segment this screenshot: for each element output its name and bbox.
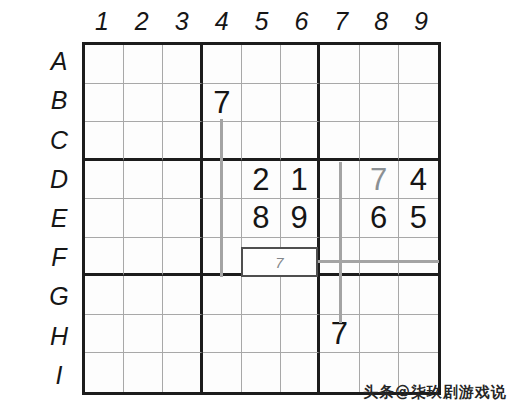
cell-E6[interactable]: 9	[281, 199, 320, 238]
column-label-5: 5	[242, 4, 282, 38]
cell-E9[interactable]: 5	[399, 199, 438, 238]
column-4-trace-line	[220, 119, 223, 277]
cell-D9[interactable]: 4	[399, 161, 438, 200]
cell-E1[interactable]	[85, 199, 124, 238]
cell-F3[interactable]	[163, 238, 202, 277]
column-label-6: 6	[281, 4, 321, 38]
cell-G4[interactable]	[203, 276, 242, 315]
cell-B3[interactable]	[163, 84, 202, 123]
cell-I5[interactable]	[242, 353, 281, 392]
cell-C7[interactable]	[320, 122, 359, 161]
cell-H2[interactable]	[124, 315, 163, 354]
cell-H3[interactable]	[163, 315, 202, 354]
row-label-D: D	[40, 160, 78, 199]
cell-F9[interactable]	[399, 238, 438, 277]
cell-G8[interactable]	[360, 276, 399, 315]
cell-C9[interactable]	[399, 122, 438, 161]
cell-A6[interactable]	[281, 45, 320, 84]
sudoku-diagram: 123456789 ABCDEFGHI 7217489657 7 头条@柒玖剧游…	[0, 0, 512, 409]
cell-A9[interactable]	[399, 45, 438, 84]
cell-G1[interactable]	[85, 276, 124, 315]
cell-E8[interactable]: 6	[360, 199, 399, 238]
cell-I7[interactable]	[320, 353, 359, 392]
cell-F2[interactable]	[124, 238, 163, 277]
cell-I6[interactable]	[281, 353, 320, 392]
cell-B9[interactable]	[399, 84, 438, 123]
cell-I2[interactable]	[124, 353, 163, 392]
cell-C1[interactable]	[85, 122, 124, 161]
row-labels: ABCDEFGHI	[40, 42, 78, 395]
column-label-4: 4	[202, 4, 242, 38]
cell-A3[interactable]	[163, 45, 202, 84]
cell-D3[interactable]	[163, 161, 202, 200]
cell-B7[interactable]	[320, 84, 359, 123]
cell-D6[interactable]: 1	[281, 161, 320, 200]
cell-I1[interactable]	[85, 353, 124, 392]
cell-A7[interactable]	[320, 45, 359, 84]
cell-G3[interactable]	[163, 276, 202, 315]
cell-B5[interactable]	[242, 84, 281, 123]
cell-F8[interactable]	[360, 238, 399, 277]
cell-C2[interactable]	[124, 122, 163, 161]
cell-D2[interactable]	[124, 161, 163, 200]
row-label-B: B	[40, 81, 78, 120]
column-label-7: 7	[321, 4, 361, 38]
row-label-G: G	[40, 277, 78, 316]
cell-H4[interactable]	[203, 315, 242, 354]
row-label-A: A	[40, 42, 78, 81]
watermark-text: 头条@柒玖剧游戏说	[363, 383, 507, 402]
row-label-F: F	[40, 238, 78, 277]
column-label-2: 2	[122, 4, 162, 38]
cell-B6[interactable]	[281, 84, 320, 123]
cell-D8[interactable]: 7	[360, 161, 399, 200]
cell-E2[interactable]	[124, 199, 163, 238]
cell-B4[interactable]: 7	[203, 84, 242, 123]
column-label-1: 1	[82, 4, 122, 38]
cell-G6[interactable]	[281, 276, 320, 315]
column-labels: 123456789	[82, 4, 441, 38]
cell-D1[interactable]	[85, 161, 124, 200]
row-label-H: H	[40, 317, 78, 356]
cell-B8[interactable]	[360, 84, 399, 123]
cell-A5[interactable]	[242, 45, 281, 84]
cell-H5[interactable]	[242, 315, 281, 354]
column-7-trace-line	[339, 162, 342, 323]
cell-H1[interactable]	[85, 315, 124, 354]
cell-C8[interactable]	[360, 122, 399, 161]
cell-E5[interactable]: 8	[242, 199, 281, 238]
cell-G5[interactable]	[242, 276, 281, 315]
cell-B2[interactable]	[124, 84, 163, 123]
column-label-8: 8	[361, 4, 401, 38]
cell-A4[interactable]	[203, 45, 242, 84]
cell-I4[interactable]	[203, 353, 242, 392]
sudoku-grid[interactable]: 7217489657	[82, 42, 441, 395]
column-label-9: 9	[401, 4, 441, 38]
cell-H8[interactable]	[360, 315, 399, 354]
cell-A1[interactable]	[85, 45, 124, 84]
cell-F1[interactable]	[85, 238, 124, 277]
row-label-C: C	[40, 120, 78, 159]
cell-G9[interactable]	[399, 276, 438, 315]
cell-G2[interactable]	[124, 276, 163, 315]
cell-C3[interactable]	[163, 122, 202, 161]
candidate-box-f5-f6: 7	[241, 247, 318, 277]
candidate-digit: 7	[275, 255, 283, 270]
cell-E3[interactable]	[163, 199, 202, 238]
cell-A2[interactable]	[124, 45, 163, 84]
cell-A8[interactable]	[360, 45, 399, 84]
cell-C5[interactable]	[242, 122, 281, 161]
cell-I3[interactable]	[163, 353, 202, 392]
cell-C6[interactable]	[281, 122, 320, 161]
row-label-I: I	[40, 356, 78, 395]
cell-H6[interactable]	[281, 315, 320, 354]
row-f-trace-line	[317, 260, 439, 263]
cell-D5[interactable]: 2	[242, 161, 281, 200]
row-label-E: E	[40, 199, 78, 238]
cell-B1[interactable]	[85, 84, 124, 123]
column-label-3: 3	[162, 4, 202, 38]
cell-H9[interactable]	[399, 315, 438, 354]
